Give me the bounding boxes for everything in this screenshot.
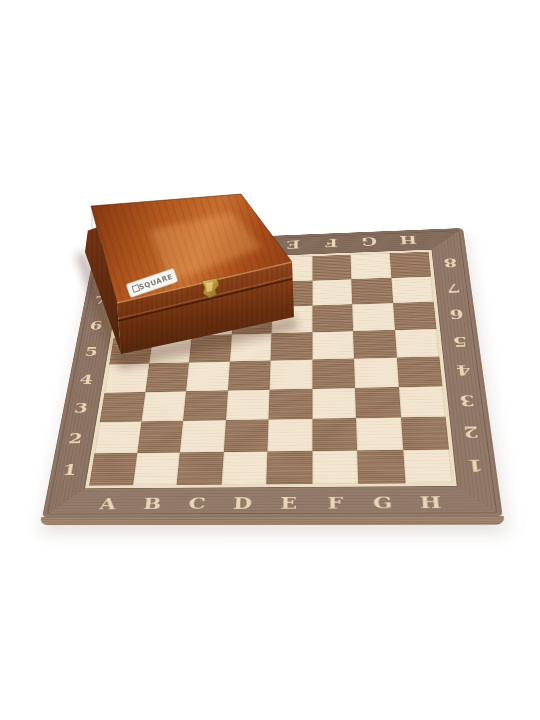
product-photo: ABCDEFGH ABCDEFGH 87654321 87654321 (0, 0, 540, 720)
chess-pieces-box: SQUARE (0, 0, 540, 720)
